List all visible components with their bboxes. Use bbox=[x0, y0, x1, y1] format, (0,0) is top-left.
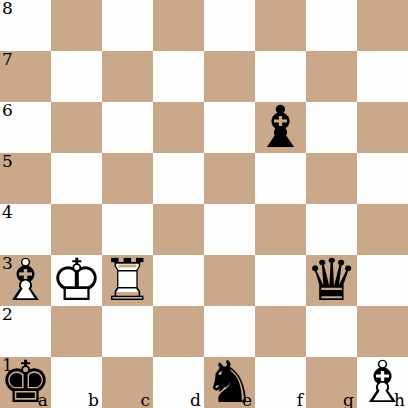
file-label-d: d bbox=[190, 392, 201, 408]
square-c1[interactable]: c bbox=[102, 357, 153, 408]
square-d7[interactable] bbox=[153, 51, 204, 102]
square-g5[interactable] bbox=[306, 153, 357, 204]
black-king-glyph: ♚ bbox=[0, 357, 51, 408]
square-h5[interactable] bbox=[357, 153, 408, 204]
square-e1[interactable]: e♞ bbox=[204, 357, 255, 408]
square-d3[interactable] bbox=[153, 255, 204, 306]
black-queen-glyph: ♛ bbox=[306, 255, 357, 306]
square-e4[interactable] bbox=[204, 204, 255, 255]
black-knight-glyph: ♞ bbox=[204, 357, 255, 408]
file-label-b: b bbox=[88, 392, 99, 408]
black-bishop[interactable]: ♝ bbox=[255, 102, 306, 153]
square-g7[interactable] bbox=[306, 51, 357, 102]
square-e7[interactable] bbox=[204, 51, 255, 102]
square-d2[interactable] bbox=[153, 306, 204, 357]
black-bishop-glyph: ♝ bbox=[255, 102, 306, 153]
square-f2[interactable] bbox=[255, 306, 306, 357]
square-c3[interactable]: ♜♖ bbox=[102, 255, 153, 306]
square-e5[interactable] bbox=[204, 153, 255, 204]
square-g1[interactable]: g bbox=[306, 357, 357, 408]
square-c6[interactable] bbox=[102, 102, 153, 153]
square-e3[interactable] bbox=[204, 255, 255, 306]
black-queen[interactable]: ♛ bbox=[306, 255, 357, 306]
square-d8[interactable] bbox=[153, 0, 204, 51]
square-c5[interactable] bbox=[102, 153, 153, 204]
white-rook[interactable]: ♜♖ bbox=[102, 255, 153, 306]
square-e6[interactable] bbox=[204, 102, 255, 153]
square-a8[interactable]: 8 bbox=[0, 0, 51, 51]
chess-board: 876♝543♝♗♚♔♜♖♛21a♚bcde♞fgh♝♗ bbox=[0, 0, 408, 408]
file-label-f: f bbox=[297, 392, 303, 408]
square-b6[interactable] bbox=[51, 102, 102, 153]
white-bishop-glyph: ♗ bbox=[0, 255, 51, 306]
square-h6[interactable] bbox=[357, 102, 408, 153]
square-d5[interactable] bbox=[153, 153, 204, 204]
square-g3[interactable]: ♛ bbox=[306, 255, 357, 306]
square-b8[interactable] bbox=[51, 0, 102, 51]
square-h4[interactable] bbox=[357, 204, 408, 255]
square-b7[interactable] bbox=[51, 51, 102, 102]
square-a1[interactable]: 1a♚ bbox=[0, 357, 51, 408]
square-d1[interactable]: d bbox=[153, 357, 204, 408]
square-a5[interactable]: 5 bbox=[0, 153, 51, 204]
square-a7[interactable]: 7 bbox=[0, 51, 51, 102]
square-a6[interactable]: 6 bbox=[0, 102, 51, 153]
square-f4[interactable] bbox=[255, 204, 306, 255]
rank-label-4: 4 bbox=[2, 204, 13, 221]
square-g6[interactable] bbox=[306, 102, 357, 153]
white-king-glyph: ♔ bbox=[51, 255, 102, 306]
rank-label-8: 8 bbox=[2, 0, 13, 17]
rank-label-6: 6 bbox=[2, 102, 13, 119]
file-label-g: g bbox=[343, 392, 354, 408]
square-f3[interactable] bbox=[255, 255, 306, 306]
square-f8[interactable] bbox=[255, 0, 306, 51]
white-rook-glyph: ♖ bbox=[102, 255, 153, 306]
square-a3[interactable]: 3♝♗ bbox=[0, 255, 51, 306]
white-king[interactable]: ♚♔ bbox=[51, 255, 102, 306]
square-g8[interactable] bbox=[306, 0, 357, 51]
square-h3[interactable] bbox=[357, 255, 408, 306]
square-c8[interactable] bbox=[102, 0, 153, 51]
square-h1[interactable]: h♝♗ bbox=[357, 357, 408, 408]
square-e8[interactable] bbox=[204, 0, 255, 51]
square-f1[interactable]: f bbox=[255, 357, 306, 408]
rank-label-7: 7 bbox=[2, 51, 13, 68]
square-c7[interactable] bbox=[102, 51, 153, 102]
black-knight[interactable]: ♞ bbox=[204, 357, 255, 408]
white-bishop[interactable]: ♝♗ bbox=[357, 357, 408, 408]
square-d4[interactable] bbox=[153, 204, 204, 255]
rank-label-5: 5 bbox=[2, 153, 13, 170]
square-b5[interactable] bbox=[51, 153, 102, 204]
square-h7[interactable] bbox=[357, 51, 408, 102]
square-f6[interactable]: ♝ bbox=[255, 102, 306, 153]
file-label-c: c bbox=[140, 392, 150, 408]
square-b1[interactable]: b bbox=[51, 357, 102, 408]
white-bishop[interactable]: ♝♗ bbox=[0, 255, 51, 306]
white-bishop-glyph: ♗ bbox=[357, 357, 408, 408]
square-b3[interactable]: ♚♔ bbox=[51, 255, 102, 306]
square-h8[interactable] bbox=[357, 0, 408, 51]
black-king[interactable]: ♚ bbox=[0, 357, 51, 408]
square-d6[interactable] bbox=[153, 102, 204, 153]
